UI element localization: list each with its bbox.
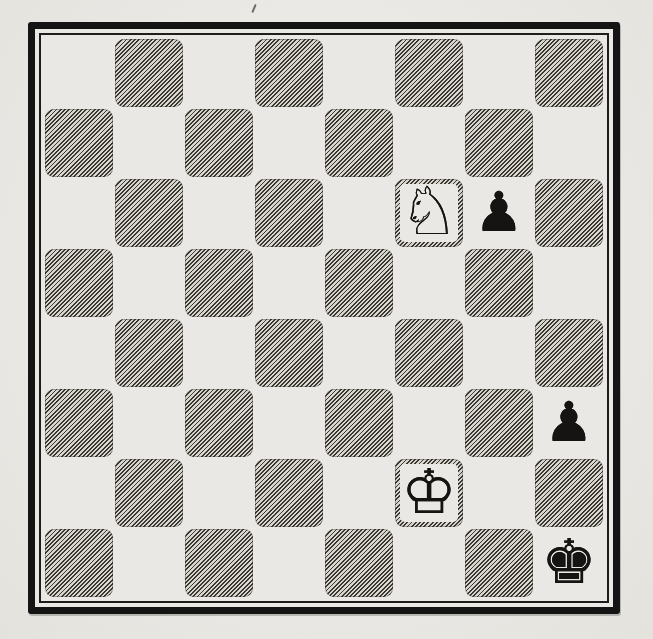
square-b8[interactable] [114,38,184,108]
dark-square-hatch [465,529,533,597]
black-pawn-h3[interactable]: ♟ [544,395,593,450]
dark-square-hatch [115,459,183,527]
square-a5[interactable] [44,248,114,318]
square-h2[interactable] [534,458,604,528]
dark-square-hatch [255,459,323,527]
square-f2[interactable]: ♔ [394,458,464,528]
dark-square-hatch [325,249,393,317]
square-g2[interactable] [464,458,534,528]
dark-square-hatch [185,529,253,597]
square-f6[interactable]: ♘ [394,178,464,248]
dark-square-hatch [325,529,393,597]
square-f7[interactable] [394,108,464,178]
square-d4[interactable] [254,318,324,388]
square-d7[interactable] [254,108,324,178]
square-h1[interactable]: ♚ [534,528,604,598]
square-c5[interactable] [184,248,254,318]
square-e6[interactable] [324,178,394,248]
dark-square-hatch [465,109,533,177]
dark-square-hatch [465,249,533,317]
square-g3[interactable] [464,388,534,458]
dark-square-hatch [535,459,603,527]
square-a8[interactable] [44,38,114,108]
square-e5[interactable] [324,248,394,318]
chess-board: ♘♟♟♔♚ [44,38,604,598]
dark-square-hatch [325,109,393,177]
dark-square-hatch [115,319,183,387]
white-knight-f6[interactable]: ♘ [399,179,458,245]
square-b7[interactable] [114,108,184,178]
square-d3[interactable] [254,388,324,458]
square-b1[interactable] [114,528,184,598]
dark-square-hatch [45,109,113,177]
square-c8[interactable] [184,38,254,108]
dark-square-hatch [395,319,463,387]
square-b2[interactable] [114,458,184,528]
square-h7[interactable] [534,108,604,178]
square-d1[interactable] [254,528,324,598]
square-f8[interactable] [394,38,464,108]
dark-square-hatch [45,389,113,457]
square-d2[interactable] [254,458,324,528]
square-c2[interactable] [184,458,254,528]
white-king-f2[interactable]: ♔ [401,461,457,523]
square-g8[interactable] [464,38,534,108]
square-a6[interactable] [44,178,114,248]
dark-square-hatch [115,39,183,107]
square-c4[interactable] [184,318,254,388]
dark-square-hatch [255,39,323,107]
square-h3[interactable]: ♟ [534,388,604,458]
square-g4[interactable] [464,318,534,388]
square-c3[interactable] [184,388,254,458]
dark-square-hatch [255,319,323,387]
chess-board-frame: ♘♟♟♔♚ [28,22,620,614]
square-a7[interactable] [44,108,114,178]
square-d6[interactable] [254,178,324,248]
print-artifact-mark [251,4,256,13]
square-d5[interactable] [254,248,324,318]
chess-board-inner-frame: ♘♟♟♔♚ [39,33,609,603]
square-e1[interactable] [324,528,394,598]
square-g1[interactable] [464,528,534,598]
dark-square-hatch [535,39,603,107]
square-e7[interactable] [324,108,394,178]
square-f4[interactable] [394,318,464,388]
square-g5[interactable] [464,248,534,318]
square-b6[interactable] [114,178,184,248]
square-a2[interactable] [44,458,114,528]
dark-square-hatch [115,179,183,247]
dark-square-hatch [185,249,253,317]
dark-square-hatch [395,39,463,107]
square-h4[interactable] [534,318,604,388]
square-a1[interactable] [44,528,114,598]
dark-square-hatch [465,389,533,457]
dark-square-hatch [535,319,603,387]
square-d8[interactable] [254,38,324,108]
dark-square-hatch [185,389,253,457]
black-king-h1[interactable]: ♚ [541,531,597,593]
square-b5[interactable] [114,248,184,318]
square-b4[interactable] [114,318,184,388]
square-c1[interactable] [184,528,254,598]
square-b3[interactable] [114,388,184,458]
dark-square-hatch [45,249,113,317]
dark-square-hatch [45,529,113,597]
square-h8[interactable] [534,38,604,108]
black-pawn-g6[interactable]: ♟ [474,185,523,240]
square-a4[interactable] [44,318,114,388]
square-a3[interactable] [44,388,114,458]
square-h6[interactable] [534,178,604,248]
square-e2[interactable] [324,458,394,528]
square-h5[interactable] [534,248,604,318]
square-g6[interactable]: ♟ [464,178,534,248]
square-c6[interactable] [184,178,254,248]
dark-square-hatch [535,179,603,247]
dark-square-hatch [325,389,393,457]
square-g7[interactable] [464,108,534,178]
square-f1[interactable] [394,528,464,598]
dark-square-hatch [185,109,253,177]
square-e4[interactable] [324,318,394,388]
square-f3[interactable] [394,388,464,458]
square-f5[interactable] [394,248,464,318]
square-e8[interactable] [324,38,394,108]
square-e3[interactable] [324,388,394,458]
square-c7[interactable] [184,108,254,178]
dark-square-hatch [255,179,323,247]
